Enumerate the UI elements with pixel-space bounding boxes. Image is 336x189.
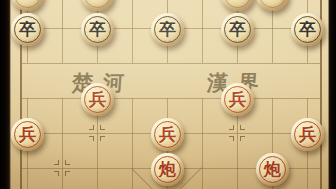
piece-black-soldier[interactable]: 卒 [221, 13, 254, 46]
letterbox-right [328, 0, 336, 189]
position-marker [100, 125, 105, 130]
file-line-bottom [202, 98, 203, 189]
position-marker [240, 125, 245, 130]
file-line-bottom [132, 98, 133, 189]
piece-red-soldier[interactable]: 兵 [81, 83, 114, 116]
rank-line [21, 98, 321, 99]
position-marker [240, 136, 245, 141]
piece-ring [14, 0, 41, 8]
piece-character: 卒 [151, 13, 184, 46]
piece-cut-off[interactable] [81, 0, 114, 11]
piece-cut-off[interactable] [11, 0, 44, 11]
piece-ring [259, 0, 286, 8]
position-marker [100, 136, 105, 141]
piece-cut-off[interactable] [256, 0, 289, 11]
piece-character: 卒 [221, 13, 254, 46]
piece-character: 兵 [11, 118, 44, 151]
piece-red-cannon[interactable]: 炮 [256, 153, 289, 186]
xiangqi-board[interactable]: 楚河 漢界 卒卒卒卒卒兵兵兵兵兵炮炮 [0, 0, 336, 189]
file-line-top [62, 0, 63, 63]
piece-character: 卒 [81, 13, 114, 46]
position-marker [54, 171, 59, 176]
file-line-top [132, 0, 133, 63]
piece-black-soldier[interactable]: 卒 [291, 13, 324, 46]
file-line-top [202, 0, 203, 63]
piece-ring [84, 0, 111, 8]
piece-character: 卒 [11, 13, 44, 46]
position-marker [89, 125, 94, 130]
piece-cut-off[interactable] [221, 0, 254, 11]
letterbox-left [0, 0, 11, 189]
piece-character: 炮 [151, 153, 184, 186]
position-marker [229, 125, 234, 130]
piece-red-cannon[interactable]: 炮 [151, 153, 184, 186]
piece-character: 卒 [291, 13, 324, 46]
rank-line [21, 63, 321, 64]
position-marker [65, 160, 70, 165]
piece-black-soldier[interactable]: 卒 [151, 13, 184, 46]
piece-character: 兵 [81, 83, 114, 116]
piece-red-soldier[interactable]: 兵 [151, 118, 184, 151]
position-marker [89, 136, 94, 141]
file-line-bottom [62, 98, 63, 189]
position-marker [229, 136, 234, 141]
piece-red-soldier[interactable]: 兵 [291, 118, 324, 151]
piece-character: 兵 [221, 83, 254, 116]
piece-red-soldier[interactable]: 兵 [11, 118, 44, 151]
position-marker [54, 160, 59, 165]
piece-character: 兵 [291, 118, 324, 151]
piece-ring [224, 0, 251, 8]
position-marker [65, 171, 70, 176]
piece-character: 炮 [256, 153, 289, 186]
piece-character: 兵 [151, 118, 184, 151]
piece-black-soldier[interactable]: 卒 [81, 13, 114, 46]
piece-black-soldier[interactable]: 卒 [11, 13, 44, 46]
piece-red-soldier[interactable]: 兵 [221, 83, 254, 116]
